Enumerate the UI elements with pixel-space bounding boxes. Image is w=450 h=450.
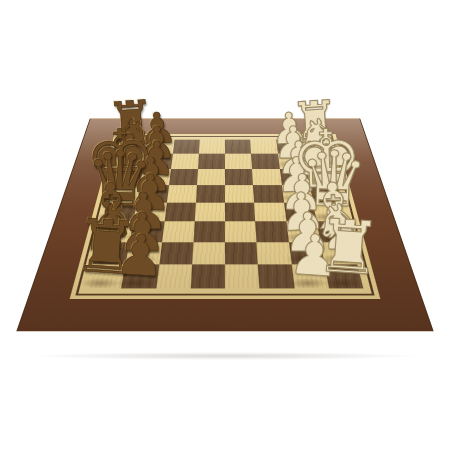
square-h4[interactable] <box>225 140 251 154</box>
square-b4[interactable] <box>225 242 258 264</box>
piece-white-rook[interactable]: ♜ <box>314 209 384 286</box>
square-g5[interactable] <box>198 154 225 169</box>
square-d5[interactable] <box>195 203 225 222</box>
product-photo-scene: ♜♞♝♛♚♝♞♜♟♟♟♟♟♟♟♟♟♟♟♟♟♟♟♟♜♞♝♛♚♝♞♜ <box>0 0 450 450</box>
square-d4[interactable] <box>225 203 255 222</box>
square-f5[interactable] <box>197 169 225 185</box>
piece-black-pawn[interactable]: ♟ <box>113 226 167 286</box>
square-e4[interactable] <box>225 185 254 203</box>
square-h5[interactable] <box>199 140 225 154</box>
square-a5[interactable] <box>190 264 225 288</box>
square-e5[interactable] <box>196 185 225 203</box>
square-c5[interactable] <box>193 222 225 242</box>
square-c4[interactable] <box>225 222 257 242</box>
square-a4[interactable] <box>225 264 260 288</box>
square-b5[interactable] <box>192 242 225 264</box>
square-f4[interactable] <box>225 169 253 185</box>
square-g4[interactable] <box>225 154 252 169</box>
board-drop-shadow <box>30 352 422 360</box>
